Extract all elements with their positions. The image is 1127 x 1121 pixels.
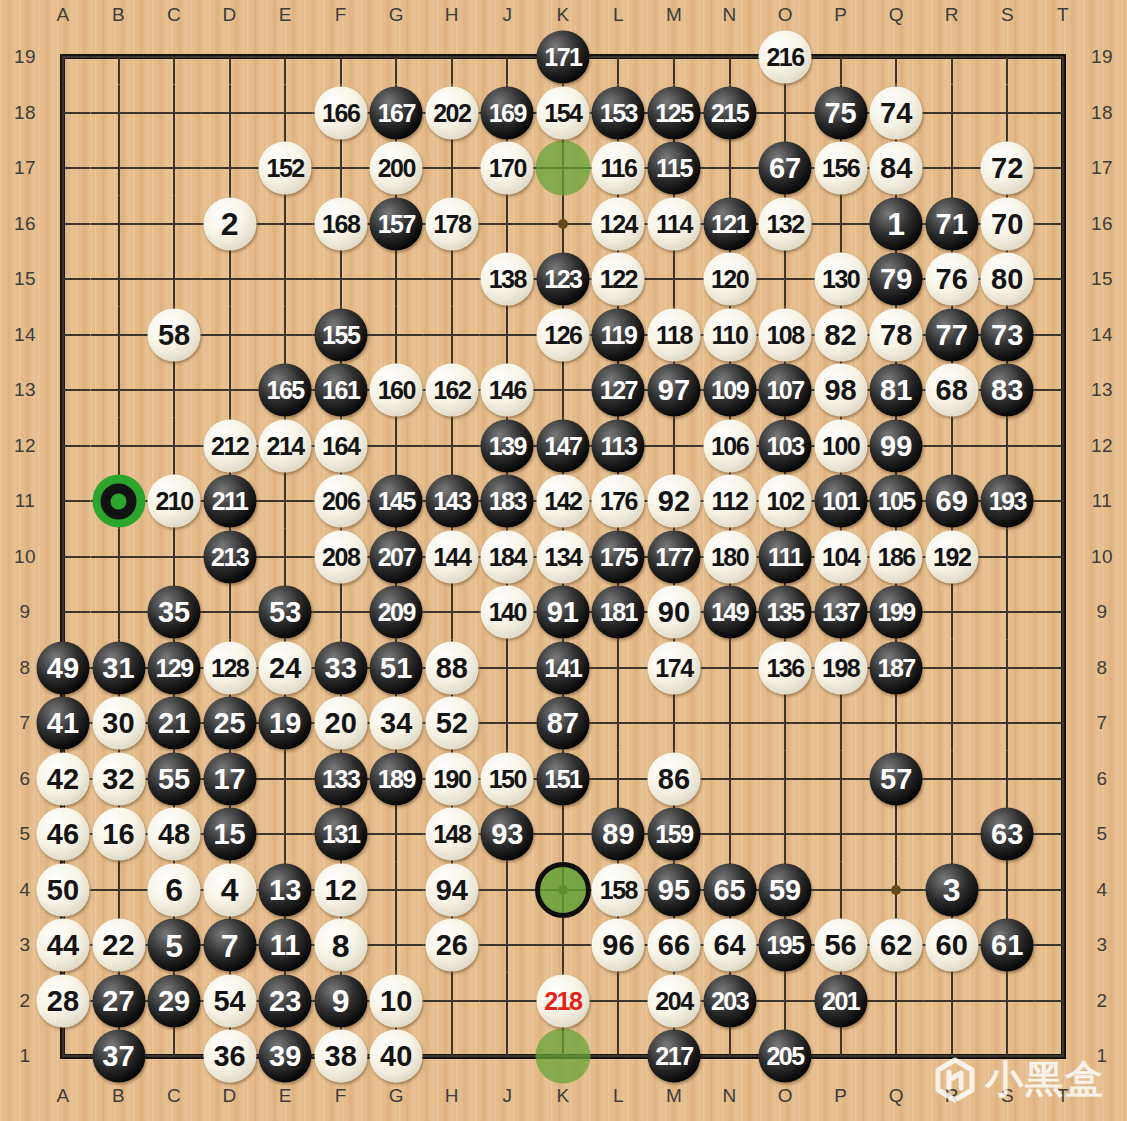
board-intersection-N9[interactable]: 149 xyxy=(702,584,758,640)
board-intersection-K14[interactable]: 126 xyxy=(535,307,591,363)
board-intersection-S19[interactable] xyxy=(979,29,1035,85)
board-intersection-O11[interactable]: 102 xyxy=(757,473,813,529)
board-intersection-O2[interactable] xyxy=(757,973,813,1029)
board-intersection-Q9[interactable]: 199 xyxy=(868,584,924,640)
board-intersection-R4[interactable]: 3 xyxy=(924,862,980,918)
board-intersection-P10[interactable]: 104 xyxy=(813,529,869,585)
board-intersection-E16[interactable] xyxy=(257,196,313,252)
board-intersection-F17[interactable] xyxy=(313,140,369,196)
board-intersection-L6[interactable] xyxy=(591,751,647,807)
board-intersection-N4[interactable]: 65 xyxy=(702,862,758,918)
board-intersection-Q13[interactable]: 81 xyxy=(868,362,924,418)
board-intersection-P14[interactable]: 82 xyxy=(813,307,869,363)
board-intersection-L19[interactable] xyxy=(591,29,647,85)
board-intersection-B11[interactable] xyxy=(91,473,147,529)
board-intersection-E17[interactable]: 152 xyxy=(257,140,313,196)
board-intersection-G4[interactable] xyxy=(368,862,424,918)
board-intersection-A16[interactable] xyxy=(35,196,91,252)
board-intersection-D9[interactable] xyxy=(202,584,258,640)
board-intersection-G10[interactable]: 207 xyxy=(368,529,424,585)
board-intersection-H3[interactable]: 26 xyxy=(424,917,480,973)
board-intersection-O17[interactable]: 67 xyxy=(757,140,813,196)
board-intersection-H16[interactable]: 178 xyxy=(424,196,480,252)
board-intersection-Q10[interactable]: 186 xyxy=(868,529,924,585)
board-intersection-T13[interactable] xyxy=(1035,362,1091,418)
board-intersection-F13[interactable]: 161 xyxy=(313,362,369,418)
board-intersection-R13[interactable]: 68 xyxy=(924,362,980,418)
board-intersection-S15[interactable]: 80 xyxy=(979,251,1035,307)
board-intersection-K5[interactable] xyxy=(535,806,591,862)
board-intersection-C5[interactable]: 48 xyxy=(146,806,202,862)
board-intersection-P7[interactable] xyxy=(813,695,869,751)
board-intersection-M19[interactable] xyxy=(646,29,702,85)
board-intersection-H2[interactable] xyxy=(424,973,480,1029)
board-intersection-E11[interactable] xyxy=(257,473,313,529)
board-intersection-K13[interactable] xyxy=(535,362,591,418)
board-intersection-K11[interactable]: 142 xyxy=(535,473,591,529)
board-intersection-C8[interactable]: 129 xyxy=(146,640,202,696)
board-intersection-O8[interactable]: 136 xyxy=(757,640,813,696)
board-intersection-S10[interactable] xyxy=(979,529,1035,585)
board-intersection-N16[interactable]: 121 xyxy=(702,196,758,252)
board-intersection-K18[interactable]: 154 xyxy=(535,85,591,141)
board-intersection-J10[interactable]: 184 xyxy=(480,529,536,585)
board-intersection-R6[interactable] xyxy=(924,751,980,807)
board-intersection-L9[interactable]: 181 xyxy=(591,584,647,640)
board-intersection-P6[interactable] xyxy=(813,751,869,807)
board-intersection-A9[interactable] xyxy=(35,584,91,640)
board-intersection-R9[interactable] xyxy=(924,584,980,640)
board-intersection-J16[interactable] xyxy=(480,196,536,252)
board-intersection-P17[interactable]: 156 xyxy=(813,140,869,196)
board-intersection-T5[interactable] xyxy=(1035,806,1091,862)
board-intersection-B5[interactable]: 16 xyxy=(91,806,147,862)
board-intersection-R12[interactable] xyxy=(924,418,980,474)
board-intersection-G19[interactable] xyxy=(368,29,424,85)
board-intersection-H19[interactable] xyxy=(424,29,480,85)
board-intersection-K8[interactable]: 141 xyxy=(535,640,591,696)
board-intersection-P2[interactable]: 201 xyxy=(813,973,869,1029)
board-intersection-T17[interactable] xyxy=(1035,140,1091,196)
board-intersection-K12[interactable]: 147 xyxy=(535,418,591,474)
board-intersection-D12[interactable]: 212 xyxy=(202,418,258,474)
board-intersection-T10[interactable] xyxy=(1035,529,1091,585)
board-intersection-S14[interactable]: 73 xyxy=(979,307,1035,363)
board-intersection-Q12[interactable]: 99 xyxy=(868,418,924,474)
board-intersection-S12[interactable] xyxy=(979,418,1035,474)
board-intersection-E4[interactable]: 13 xyxy=(257,862,313,918)
board-intersection-H4[interactable]: 94 xyxy=(424,862,480,918)
board-intersection-M3[interactable]: 66 xyxy=(646,917,702,973)
board-intersection-A10[interactable] xyxy=(35,529,91,585)
board-intersection-J7[interactable] xyxy=(480,695,536,751)
board-intersection-R16[interactable]: 71 xyxy=(924,196,980,252)
board-intersection-B10[interactable] xyxy=(91,529,147,585)
board-intersection-E14[interactable] xyxy=(257,307,313,363)
board-intersection-F9[interactable] xyxy=(313,584,369,640)
board-intersection-G1[interactable]: 40 xyxy=(368,1028,424,1084)
board-intersection-G17[interactable]: 200 xyxy=(368,140,424,196)
board-intersection-F2[interactable]: 9 xyxy=(313,973,369,1029)
board-intersection-E8[interactable]: 24 xyxy=(257,640,313,696)
board-intersection-J15[interactable]: 138 xyxy=(480,251,536,307)
board-intersection-G13[interactable]: 160 xyxy=(368,362,424,418)
board-intersection-J13[interactable]: 146 xyxy=(480,362,536,418)
board-intersection-G9[interactable]: 209 xyxy=(368,584,424,640)
board-intersection-H12[interactable] xyxy=(424,418,480,474)
board-intersection-B2[interactable]: 27 xyxy=(91,973,147,1029)
board-intersection-C19[interactable] xyxy=(146,29,202,85)
board-intersection-G12[interactable] xyxy=(368,418,424,474)
board-intersection-H11[interactable]: 143 xyxy=(424,473,480,529)
board-intersection-F1[interactable]: 38 xyxy=(313,1028,369,1084)
board-intersection-C12[interactable] xyxy=(146,418,202,474)
board-intersection-B7[interactable]: 30 xyxy=(91,695,147,751)
board-intersection-E2[interactable]: 23 xyxy=(257,973,313,1029)
board-intersection-N15[interactable]: 120 xyxy=(702,251,758,307)
board-intersection-C16[interactable] xyxy=(146,196,202,252)
board-intersection-M12[interactable] xyxy=(646,418,702,474)
board-intersection-O1[interactable]: 205 xyxy=(757,1028,813,1084)
board-intersection-F6[interactable]: 133 xyxy=(313,751,369,807)
board-intersection-L8[interactable] xyxy=(591,640,647,696)
board-intersection-S2[interactable] xyxy=(979,973,1035,1029)
board-intersection-O9[interactable]: 135 xyxy=(757,584,813,640)
board-intersection-A14[interactable] xyxy=(35,307,91,363)
board-intersection-C14[interactable]: 58 xyxy=(146,307,202,363)
board-intersection-B12[interactable] xyxy=(91,418,147,474)
board-intersection-Q6[interactable]: 57 xyxy=(868,751,924,807)
board-intersection-M9[interactable]: 90 xyxy=(646,584,702,640)
board-intersection-Q11[interactable]: 105 xyxy=(868,473,924,529)
board-intersection-H18[interactable]: 202 xyxy=(424,85,480,141)
board-intersection-E5[interactable] xyxy=(257,806,313,862)
board-intersection-O7[interactable] xyxy=(757,695,813,751)
board-intersection-D19[interactable] xyxy=(202,29,258,85)
board-intersection-S18[interactable] xyxy=(979,85,1035,141)
board-intersection-A12[interactable] xyxy=(35,418,91,474)
board-intersection-R15[interactable]: 76 xyxy=(924,251,980,307)
board-intersection-D7[interactable]: 25 xyxy=(202,695,258,751)
board-intersection-D10[interactable]: 213 xyxy=(202,529,258,585)
board-intersection-H6[interactable]: 190 xyxy=(424,751,480,807)
board-intersection-M16[interactable]: 114 xyxy=(646,196,702,252)
board-intersection-H1[interactable] xyxy=(424,1028,480,1084)
board-intersection-D18[interactable] xyxy=(202,85,258,141)
board-intersection-P8[interactable]: 198 xyxy=(813,640,869,696)
board-intersection-E6[interactable] xyxy=(257,751,313,807)
board-intersection-T3[interactable] xyxy=(1035,917,1091,973)
board-intersection-L10[interactable]: 175 xyxy=(591,529,647,585)
board-intersection-Q16[interactable]: 1 xyxy=(868,196,924,252)
board-intersection-N11[interactable]: 112 xyxy=(702,473,758,529)
board-intersection-D1[interactable]: 36 xyxy=(202,1028,258,1084)
board-intersection-R5[interactable] xyxy=(924,806,980,862)
board-intersection-S9[interactable] xyxy=(979,584,1035,640)
board-intersection-S16[interactable]: 70 xyxy=(979,196,1035,252)
board-intersection-A2[interactable]: 28 xyxy=(35,973,91,1029)
board-intersection-K7[interactable]: 87 xyxy=(535,695,591,751)
board-intersection-C11[interactable]: 210 xyxy=(146,473,202,529)
board-intersection-Q1[interactable] xyxy=(868,1028,924,1084)
board-intersection-O3[interactable]: 195 xyxy=(757,917,813,973)
board-intersection-T9[interactable] xyxy=(1035,584,1091,640)
board-intersection-K15[interactable]: 123 xyxy=(535,251,591,307)
board-intersection-L13[interactable]: 127 xyxy=(591,362,647,418)
board-intersection-M10[interactable]: 177 xyxy=(646,529,702,585)
board-intersection-K6[interactable]: 151 xyxy=(535,751,591,807)
board-intersection-E10[interactable] xyxy=(257,529,313,585)
board-intersection-K9[interactable]: 91 xyxy=(535,584,591,640)
board-intersection-M5[interactable]: 159 xyxy=(646,806,702,862)
board-intersection-F14[interactable]: 155 xyxy=(313,307,369,363)
board-intersection-P12[interactable]: 100 xyxy=(813,418,869,474)
board-intersection-F18[interactable]: 166 xyxy=(313,85,369,141)
board-intersection-L16[interactable]: 124 xyxy=(591,196,647,252)
board-intersection-F5[interactable]: 131 xyxy=(313,806,369,862)
board-intersection-J2[interactable] xyxy=(480,973,536,1029)
board-intersection-A13[interactable] xyxy=(35,362,91,418)
board-intersection-O5[interactable] xyxy=(757,806,813,862)
board-intersection-R19[interactable] xyxy=(924,29,980,85)
board-intersection-L18[interactable]: 153 xyxy=(591,85,647,141)
board-intersection-E19[interactable] xyxy=(257,29,313,85)
board-intersection-P3[interactable]: 56 xyxy=(813,917,869,973)
board-intersection-H5[interactable]: 148 xyxy=(424,806,480,862)
board-intersection-M13[interactable]: 97 xyxy=(646,362,702,418)
board-intersection-T16[interactable] xyxy=(1035,196,1091,252)
board-intersection-S8[interactable] xyxy=(979,640,1035,696)
board-intersection-A11[interactable] xyxy=(35,473,91,529)
board-intersection-N1[interactable] xyxy=(702,1028,758,1084)
board-intersection-B19[interactable] xyxy=(91,29,147,85)
board-intersection-D16[interactable]: 2 xyxy=(202,196,258,252)
board-intersection-L15[interactable]: 122 xyxy=(591,251,647,307)
board-intersection-T2[interactable] xyxy=(1035,973,1091,1029)
board-intersection-Q15[interactable]: 79 xyxy=(868,251,924,307)
board-intersection-K1[interactable] xyxy=(535,1028,591,1084)
board-intersection-M15[interactable] xyxy=(646,251,702,307)
board-intersection-T7[interactable] xyxy=(1035,695,1091,751)
board-intersection-M1[interactable]: 217 xyxy=(646,1028,702,1084)
board-intersection-N10[interactable]: 180 xyxy=(702,529,758,585)
board-intersection-C1[interactable] xyxy=(146,1028,202,1084)
board-intersection-K10[interactable]: 134 xyxy=(535,529,591,585)
board-intersection-C9[interactable]: 35 xyxy=(146,584,202,640)
board-intersection-P5[interactable] xyxy=(813,806,869,862)
board-intersection-B18[interactable] xyxy=(91,85,147,141)
board-intersection-B16[interactable] xyxy=(91,196,147,252)
board-intersection-N2[interactable]: 203 xyxy=(702,973,758,1029)
board-intersection-J5[interactable]: 93 xyxy=(480,806,536,862)
board-intersection-R8[interactable] xyxy=(924,640,980,696)
board-intersection-F16[interactable]: 168 xyxy=(313,196,369,252)
board-intersection-C6[interactable]: 55 xyxy=(146,751,202,807)
board-intersection-M4[interactable]: 95 xyxy=(646,862,702,918)
board-intersection-E7[interactable]: 19 xyxy=(257,695,313,751)
board-intersection-F3[interactable]: 8 xyxy=(313,917,369,973)
board-intersection-N19[interactable] xyxy=(702,29,758,85)
board-intersection-P16[interactable] xyxy=(813,196,869,252)
board-intersection-H7[interactable]: 52 xyxy=(424,695,480,751)
board-intersection-P19[interactable] xyxy=(813,29,869,85)
board-intersection-F7[interactable]: 20 xyxy=(313,695,369,751)
board-intersection-A18[interactable] xyxy=(35,85,91,141)
board-intersection-J8[interactable] xyxy=(480,640,536,696)
board-intersection-A15[interactable] xyxy=(35,251,91,307)
board-intersection-G8[interactable]: 51 xyxy=(368,640,424,696)
board-intersection-A17[interactable] xyxy=(35,140,91,196)
board-intersection-K2[interactable]: 218 xyxy=(535,973,591,1029)
board-intersection-Q19[interactable] xyxy=(868,29,924,85)
board-intersection-B15[interactable] xyxy=(91,251,147,307)
board-intersection-Q5[interactable] xyxy=(868,806,924,862)
board-intersection-N12[interactable]: 106 xyxy=(702,418,758,474)
board-intersection-D14[interactable] xyxy=(202,307,258,363)
board-intersection-G7[interactable]: 34 xyxy=(368,695,424,751)
board-intersection-S5[interactable]: 63 xyxy=(979,806,1035,862)
board-intersection-D4[interactable]: 4 xyxy=(202,862,258,918)
board-intersection-C3[interactable]: 5 xyxy=(146,917,202,973)
board-intersection-A8[interactable]: 49 xyxy=(35,640,91,696)
board-intersection-N18[interactable]: 215 xyxy=(702,85,758,141)
board-intersection-R10[interactable]: 192 xyxy=(924,529,980,585)
board-intersection-B3[interactable]: 22 xyxy=(91,917,147,973)
board-intersection-A4[interactable]: 50 xyxy=(35,862,91,918)
board-intersection-L4[interactable]: 158 xyxy=(591,862,647,918)
board-intersection-L7[interactable] xyxy=(591,695,647,751)
board-intersection-C4[interactable]: 6 xyxy=(146,862,202,918)
board-intersection-B1[interactable]: 37 xyxy=(91,1028,147,1084)
board-intersection-R14[interactable]: 77 xyxy=(924,307,980,363)
board-intersection-R11[interactable]: 69 xyxy=(924,473,980,529)
board-intersection-R7[interactable] xyxy=(924,695,980,751)
board-intersection-K19[interactable]: 171 xyxy=(535,29,591,85)
board-intersection-N8[interactable] xyxy=(702,640,758,696)
board-intersection-N5[interactable] xyxy=(702,806,758,862)
board-intersection-P18[interactable]: 75 xyxy=(813,85,869,141)
board-intersection-S4[interactable] xyxy=(979,862,1035,918)
board-intersection-F15[interactable] xyxy=(313,251,369,307)
board-intersection-M17[interactable]: 115 xyxy=(646,140,702,196)
board-intersection-P15[interactable]: 130 xyxy=(813,251,869,307)
board-intersection-G5[interactable] xyxy=(368,806,424,862)
board-intersection-G16[interactable]: 157 xyxy=(368,196,424,252)
board-intersection-C15[interactable] xyxy=(146,251,202,307)
board-intersection-C2[interactable]: 29 xyxy=(146,973,202,1029)
board-intersection-D17[interactable] xyxy=(202,140,258,196)
board-intersection-B17[interactable] xyxy=(91,140,147,196)
board-intersection-D15[interactable] xyxy=(202,251,258,307)
board-intersection-N6[interactable] xyxy=(702,751,758,807)
board-intersection-B6[interactable]: 32 xyxy=(91,751,147,807)
board-intersection-C13[interactable] xyxy=(146,362,202,418)
board-intersection-K4[interactable] xyxy=(535,862,591,918)
board-intersection-S7[interactable] xyxy=(979,695,1035,751)
board-intersection-D13[interactable] xyxy=(202,362,258,418)
board-intersection-M11[interactable]: 92 xyxy=(646,473,702,529)
board-intersection-G18[interactable]: 167 xyxy=(368,85,424,141)
board-intersection-F4[interactable]: 12 xyxy=(313,862,369,918)
board-intersection-H15[interactable] xyxy=(424,251,480,307)
board-intersection-B9[interactable] xyxy=(91,584,147,640)
board-intersection-K17[interactable] xyxy=(535,140,591,196)
board-intersection-M8[interactable]: 174 xyxy=(646,640,702,696)
board-intersection-K16[interactable] xyxy=(535,196,591,252)
board-intersection-S3[interactable]: 61 xyxy=(979,917,1035,973)
board-intersection-P9[interactable]: 137 xyxy=(813,584,869,640)
board-intersection-M14[interactable]: 118 xyxy=(646,307,702,363)
board-intersection-A6[interactable]: 42 xyxy=(35,751,91,807)
board-intersection-F11[interactable]: 206 xyxy=(313,473,369,529)
board-intersection-J11[interactable]: 183 xyxy=(480,473,536,529)
board-intersection-S17[interactable]: 72 xyxy=(979,140,1035,196)
board-intersection-Q7[interactable] xyxy=(868,695,924,751)
board-intersection-T6[interactable] xyxy=(1035,751,1091,807)
board-intersection-G11[interactable]: 145 xyxy=(368,473,424,529)
board-intersection-O13[interactable]: 107 xyxy=(757,362,813,418)
board-intersection-F19[interactable] xyxy=(313,29,369,85)
board-intersection-O10[interactable]: 111 xyxy=(757,529,813,585)
board-intersection-O6[interactable] xyxy=(757,751,813,807)
board-intersection-R17[interactable] xyxy=(924,140,980,196)
board-intersection-L12[interactable]: 113 xyxy=(591,418,647,474)
board-intersection-M2[interactable]: 204 xyxy=(646,973,702,1029)
board-intersection-L11[interactable]: 176 xyxy=(591,473,647,529)
board-intersection-M7[interactable] xyxy=(646,695,702,751)
board-intersection-L1[interactable] xyxy=(591,1028,647,1084)
board-intersection-T8[interactable] xyxy=(1035,640,1091,696)
board-intersection-R2[interactable] xyxy=(924,973,980,1029)
board-intersection-J19[interactable] xyxy=(480,29,536,85)
board-intersection-S13[interactable]: 83 xyxy=(979,362,1035,418)
board-intersection-T14[interactable] xyxy=(1035,307,1091,363)
board-intersection-T4[interactable] xyxy=(1035,862,1091,918)
board-intersection-E9[interactable]: 53 xyxy=(257,584,313,640)
board-intersection-O18[interactable] xyxy=(757,85,813,141)
board-intersection-J12[interactable]: 139 xyxy=(480,418,536,474)
board-intersection-F12[interactable]: 164 xyxy=(313,418,369,474)
board-intersection-L3[interactable]: 96 xyxy=(591,917,647,973)
board-intersection-O15[interactable] xyxy=(757,251,813,307)
board-intersection-E13[interactable]: 165 xyxy=(257,362,313,418)
board-intersection-J1[interactable] xyxy=(480,1028,536,1084)
board-intersection-T19[interactable] xyxy=(1035,29,1091,85)
board-intersection-H8[interactable]: 88 xyxy=(424,640,480,696)
board-intersection-N17[interactable] xyxy=(702,140,758,196)
board-intersection-E15[interactable] xyxy=(257,251,313,307)
board-intersection-O19[interactable]: 216 xyxy=(757,29,813,85)
board-intersection-T15[interactable] xyxy=(1035,251,1091,307)
board-intersection-J4[interactable] xyxy=(480,862,536,918)
board-intersection-Q8[interactable]: 187 xyxy=(868,640,924,696)
board-intersection-O12[interactable]: 103 xyxy=(757,418,813,474)
board-intersection-G14[interactable] xyxy=(368,307,424,363)
board-intersection-T11[interactable] xyxy=(1035,473,1091,529)
board-intersection-P1[interactable] xyxy=(813,1028,869,1084)
board-intersection-L17[interactable]: 116 xyxy=(591,140,647,196)
board-intersection-J3[interactable] xyxy=(480,917,536,973)
board-intersection-L14[interactable]: 119 xyxy=(591,307,647,363)
board-intersection-H9[interactable] xyxy=(424,584,480,640)
board-intersection-Q3[interactable]: 62 xyxy=(868,917,924,973)
board-intersection-N14[interactable]: 110 xyxy=(702,307,758,363)
board-intersection-T12[interactable] xyxy=(1035,418,1091,474)
board-intersection-H13[interactable]: 162 xyxy=(424,362,480,418)
board-intersection-B13[interactable] xyxy=(91,362,147,418)
board-intersection-E18[interactable] xyxy=(257,85,313,141)
board-intersection-J18[interactable]: 169 xyxy=(480,85,536,141)
